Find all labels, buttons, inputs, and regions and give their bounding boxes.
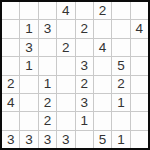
cell-r1c4: 4 [57, 2, 74, 19]
cell-r1c5[interactable] [76, 2, 93, 19]
cell-r1c2[interactable] [20, 2, 37, 19]
cell-r1c6: 2 [94, 2, 111, 19]
cell-r6c7: 1 [112, 94, 129, 111]
cell-r7c6[interactable] [94, 112, 111, 129]
cell-r4c2: 1 [20, 57, 37, 74]
cell-r5c5: 2 [76, 76, 93, 93]
cell-r4c5: 3 [76, 57, 93, 74]
cell-r3c8[interactable] [131, 39, 148, 56]
cell-r6c6[interactable] [94, 94, 111, 111]
cell-r7c3: 2 [39, 112, 56, 129]
cell-r4c6[interactable] [94, 57, 111, 74]
cell-r4c7: 5 [112, 57, 129, 74]
cell-r8c1: 3 [2, 131, 19, 148]
cell-r1c1[interactable] [2, 2, 19, 19]
cell-r5c7: 2 [112, 76, 129, 93]
cell-r3c6: 4 [94, 39, 111, 56]
cell-r8c5[interactable] [76, 131, 93, 148]
puzzle-board: 4213243241352122423121333351 [0, 0, 150, 150]
cell-r2c4[interactable] [57, 20, 74, 37]
cell-r2c3: 3 [39, 20, 56, 37]
cell-r3c1[interactable] [2, 39, 19, 56]
cell-r2c8: 4 [131, 20, 148, 37]
cell-r2c1[interactable] [2, 20, 19, 37]
cell-r6c3: 2 [39, 94, 56, 111]
cell-r1c3[interactable] [39, 2, 56, 19]
cell-r7c4[interactable] [57, 112, 74, 129]
cell-r5c2[interactable] [20, 76, 37, 93]
cell-r5c4[interactable] [57, 76, 74, 93]
cell-r3c3[interactable] [39, 39, 56, 56]
cell-r4c8[interactable] [131, 57, 148, 74]
cell-r2c5: 2 [76, 20, 93, 37]
cell-r6c4[interactable] [57, 94, 74, 111]
cell-r3c2: 3 [20, 39, 37, 56]
cell-r6c5: 3 [76, 94, 93, 111]
cell-r2c7[interactable] [112, 20, 129, 37]
cell-r4c4[interactable] [57, 57, 74, 74]
cell-r4c3[interactable] [39, 57, 56, 74]
cell-r7c1[interactable] [2, 112, 19, 129]
cell-r5c3: 1 [39, 76, 56, 93]
cell-r2c6[interactable] [94, 20, 111, 37]
cell-r8c4: 3 [57, 131, 74, 148]
cell-r8c6: 5 [94, 131, 111, 148]
cell-r6c8[interactable] [131, 94, 148, 111]
cell-r4c1[interactable] [2, 57, 19, 74]
cell-r8c3: 3 [39, 131, 56, 148]
cell-r1c7[interactable] [112, 2, 129, 19]
cell-r6c1: 4 [2, 94, 19, 111]
cell-r8c2: 3 [20, 131, 37, 148]
cell-r7c5: 1 [76, 112, 93, 129]
cell-r8c7: 1 [112, 131, 129, 148]
cell-r7c2[interactable] [20, 112, 37, 129]
cell-r2c2: 1 [20, 20, 37, 37]
cell-r7c8[interactable] [131, 112, 148, 129]
cell-r3c4: 2 [57, 39, 74, 56]
cell-r5c1: 2 [2, 76, 19, 93]
cell-r3c7[interactable] [112, 39, 129, 56]
cell-r3c5[interactable] [76, 39, 93, 56]
cell-r5c6[interactable] [94, 76, 111, 93]
cell-r7c7[interactable] [112, 112, 129, 129]
cell-r6c2[interactable] [20, 94, 37, 111]
cell-r8c8[interactable] [131, 131, 148, 148]
cell-r5c8[interactable] [131, 76, 148, 93]
cell-r1c8[interactable] [131, 2, 148, 19]
